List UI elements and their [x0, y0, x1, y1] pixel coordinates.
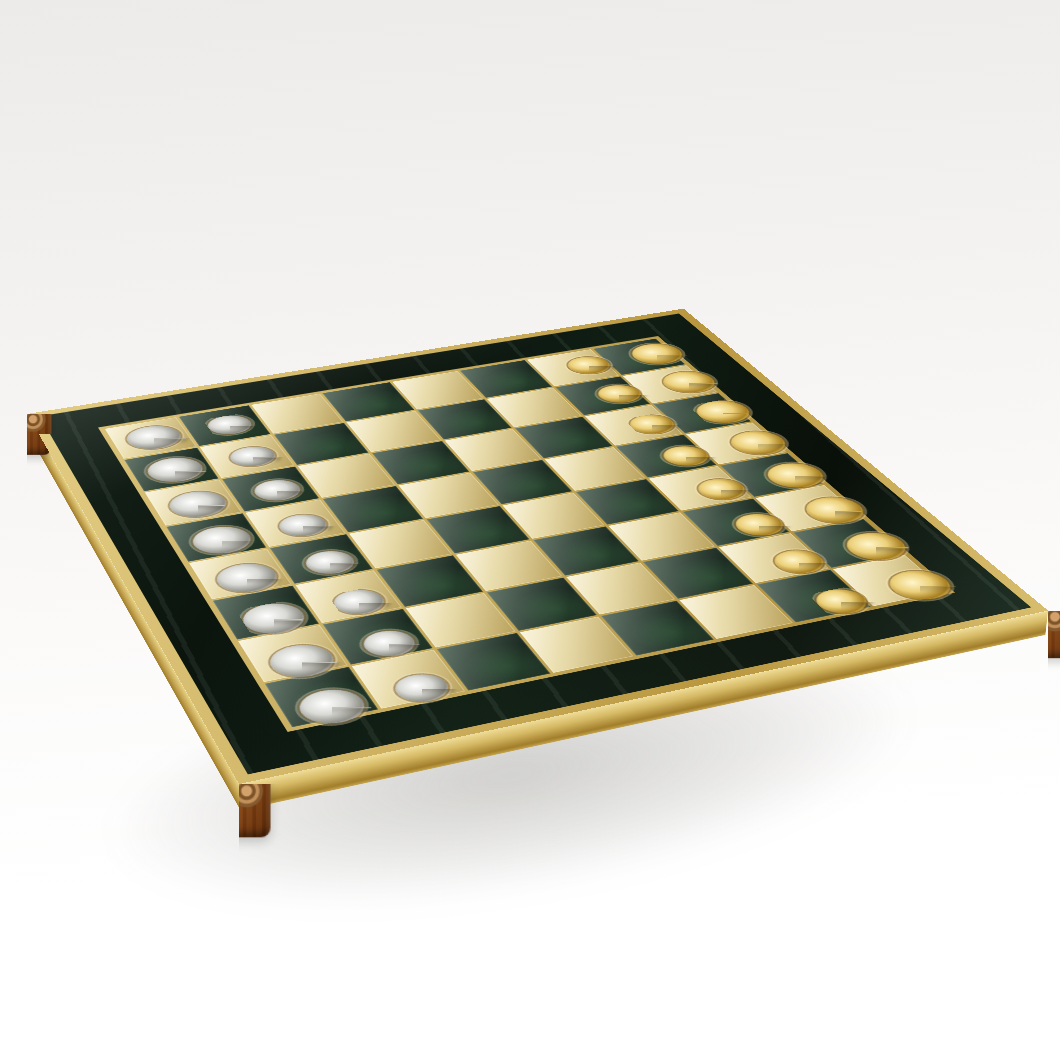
chess-set-photo: ♜♞♝♛♚♝♞♜♟♟♟♟♟♟♟♟♟♟♟♟♟♟♟♟♜♞♝♛♚♝♞♜ [0, 0, 1060, 1060]
ionic-scroll-foot-icon [208, 767, 271, 837]
